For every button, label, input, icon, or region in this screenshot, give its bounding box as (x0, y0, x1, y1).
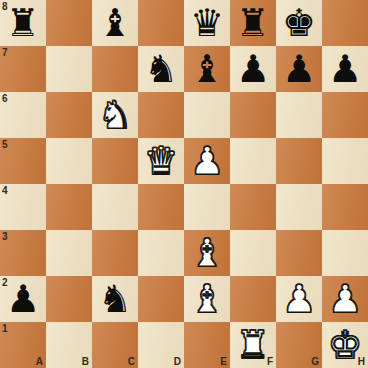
rank-label-4: 4 (2, 185, 8, 196)
square-g2[interactable]: ♟ (276, 276, 322, 322)
square-e3[interactable]: ♝ (184, 230, 230, 276)
square-h7[interactable]: ♟ (322, 46, 368, 92)
square-f8[interactable]: ♜ (230, 0, 276, 46)
square-c4[interactable] (92, 184, 138, 230)
square-b7[interactable] (46, 46, 92, 92)
file-label-c: C (128, 356, 135, 367)
square-a1[interactable]: 1A (0, 322, 46, 368)
black-knight-icon[interactable]: ♞ (92, 276, 138, 322)
square-f6[interactable] (230, 92, 276, 138)
square-b2[interactable] (46, 276, 92, 322)
square-g8[interactable]: ♚ (276, 0, 322, 46)
square-e4[interactable] (184, 184, 230, 230)
rank-label-5: 5 (2, 139, 8, 150)
square-d3[interactable] (138, 230, 184, 276)
square-g3[interactable] (276, 230, 322, 276)
square-d4[interactable] (138, 184, 184, 230)
square-d1[interactable]: D (138, 322, 184, 368)
square-a6[interactable]: 6 (0, 92, 46, 138)
rank-label-3: 3 (2, 231, 8, 242)
square-h5[interactable] (322, 138, 368, 184)
square-e6[interactable] (184, 92, 230, 138)
black-rook-icon[interactable]: ♜ (230, 0, 276, 46)
square-d6[interactable] (138, 92, 184, 138)
file-label-b: B (82, 356, 89, 367)
square-e8[interactable]: ♛ (184, 0, 230, 46)
square-f3[interactable] (230, 230, 276, 276)
square-d2[interactable] (138, 276, 184, 322)
square-c5[interactable] (92, 138, 138, 184)
square-c8[interactable]: ♝ (92, 0, 138, 46)
square-a2[interactable]: 2♟ (0, 276, 46, 322)
white-king-icon[interactable]: ♚ (322, 322, 368, 368)
black-pawn-icon[interactable]: ♟ (230, 46, 276, 92)
square-h4[interactable] (322, 184, 368, 230)
square-e1[interactable]: E (184, 322, 230, 368)
square-a3[interactable]: 3 (0, 230, 46, 276)
file-label-g: G (311, 356, 319, 367)
square-d8[interactable] (138, 0, 184, 46)
white-pawn-icon[interactable]: ♟ (276, 276, 322, 322)
file-label-e: E (220, 356, 227, 367)
square-g5[interactable] (276, 138, 322, 184)
square-a4[interactable]: 4 (0, 184, 46, 230)
square-g1[interactable]: G (276, 322, 322, 368)
white-queen-icon[interactable]: ♛ (138, 138, 184, 184)
square-h8[interactable] (322, 0, 368, 46)
square-c1[interactable]: C (92, 322, 138, 368)
white-pawn-icon[interactable]: ♟ (184, 138, 230, 184)
square-b8[interactable] (46, 0, 92, 46)
square-h1[interactable]: H♚ (322, 322, 368, 368)
black-bishop-icon[interactable]: ♝ (92, 0, 138, 46)
rank-label-6: 6 (2, 93, 8, 104)
rank-label-7: 7 (2, 47, 8, 58)
square-f5[interactable] (230, 138, 276, 184)
black-rook-icon[interactable]: ♜ (0, 0, 46, 46)
chess-board: 8♜♝♛♜♚7♞♝♟♟♟6♞5♛♟43♝2♟♞♝♟♟1ABCDEF♜GH♚ (0, 0, 368, 368)
white-bishop-icon[interactable]: ♝ (184, 230, 230, 276)
square-c6[interactable]: ♞ (92, 92, 138, 138)
square-c2[interactable]: ♞ (92, 276, 138, 322)
square-d5[interactable]: ♛ (138, 138, 184, 184)
white-bishop-icon[interactable]: ♝ (184, 276, 230, 322)
square-a5[interactable]: 5 (0, 138, 46, 184)
square-b5[interactable] (46, 138, 92, 184)
square-a7[interactable]: 7 (0, 46, 46, 92)
square-e2[interactable]: ♝ (184, 276, 230, 322)
square-c7[interactable] (92, 46, 138, 92)
square-c3[interactable] (92, 230, 138, 276)
square-b6[interactable] (46, 92, 92, 138)
black-king-icon[interactable]: ♚ (276, 0, 322, 46)
black-bishop-icon[interactable]: ♝ (184, 46, 230, 92)
square-a8[interactable]: 8♜ (0, 0, 46, 46)
square-b1[interactable]: B (46, 322, 92, 368)
file-label-d: D (174, 356, 181, 367)
square-f4[interactable] (230, 184, 276, 230)
square-d7[interactable]: ♞ (138, 46, 184, 92)
black-pawn-icon[interactable]: ♟ (0, 276, 46, 322)
square-b4[interactable] (46, 184, 92, 230)
white-pawn-icon[interactable]: ♟ (322, 276, 368, 322)
black-pawn-icon[interactable]: ♟ (276, 46, 322, 92)
square-h3[interactable] (322, 230, 368, 276)
white-knight-icon[interactable]: ♞ (92, 92, 138, 138)
square-g6[interactable] (276, 92, 322, 138)
black-knight-icon[interactable]: ♞ (138, 46, 184, 92)
white-rook-icon[interactable]: ♜ (230, 322, 276, 368)
square-e7[interactable]: ♝ (184, 46, 230, 92)
square-e5[interactable]: ♟ (184, 138, 230, 184)
square-g4[interactable] (276, 184, 322, 230)
square-b3[interactable] (46, 230, 92, 276)
square-f2[interactable] (230, 276, 276, 322)
square-g7[interactable]: ♟ (276, 46, 322, 92)
file-label-a: A (36, 356, 43, 367)
square-f1[interactable]: F♜ (230, 322, 276, 368)
square-f7[interactable]: ♟ (230, 46, 276, 92)
rank-label-1: 1 (2, 323, 8, 334)
black-queen-icon[interactable]: ♛ (184, 0, 230, 46)
black-pawn-icon[interactable]: ♟ (322, 46, 368, 92)
square-h6[interactable] (322, 92, 368, 138)
square-h2[interactable]: ♟ (322, 276, 368, 322)
